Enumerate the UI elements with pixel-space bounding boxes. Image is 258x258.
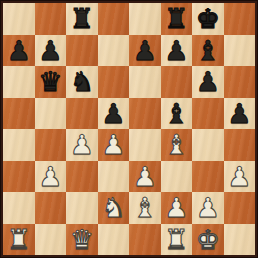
square-g3[interactable] (192, 161, 224, 193)
square-f6[interactable] (161, 66, 193, 98)
square-b6[interactable]: ♛ (35, 66, 67, 98)
square-e5[interactable] (129, 98, 161, 130)
white-bishop-icon: ♝ (133, 192, 157, 223)
square-e3[interactable]: ♟ (129, 161, 161, 193)
square-e8[interactable] (129, 3, 161, 35)
square-e6[interactable] (129, 66, 161, 98)
square-c1[interactable]: ♛ (66, 224, 98, 256)
square-d6[interactable] (98, 66, 130, 98)
square-c2[interactable] (66, 192, 98, 224)
square-d7[interactable] (98, 35, 130, 67)
black-bishop-icon: ♝ (196, 35, 220, 66)
white-pawn-icon: ♟ (227, 161, 251, 192)
square-g4[interactable] (192, 129, 224, 161)
black-queen-icon: ♛ (38, 66, 62, 97)
white-pawn-icon: ♟ (164, 192, 188, 223)
black-pawn-icon: ♟ (38, 35, 62, 66)
black-pawn-icon: ♟ (7, 35, 31, 66)
square-c5[interactable] (66, 98, 98, 130)
square-b3[interactable]: ♟ (35, 161, 67, 193)
square-g8[interactable]: ♚ (192, 3, 224, 35)
square-b5[interactable] (35, 98, 67, 130)
square-d5[interactable]: ♟ (98, 98, 130, 130)
square-d1[interactable] (98, 224, 130, 256)
square-b7[interactable]: ♟ (35, 35, 67, 67)
white-rook-icon: ♜ (164, 224, 188, 255)
white-pawn-icon: ♟ (196, 192, 220, 223)
square-h6[interactable] (224, 66, 256, 98)
square-e1[interactable] (129, 224, 161, 256)
square-a8[interactable] (3, 3, 35, 35)
square-d8[interactable] (98, 3, 130, 35)
square-a1[interactable]: ♜ (3, 224, 35, 256)
white-pawn-icon: ♟ (101, 129, 125, 160)
square-e2[interactable]: ♝ (129, 192, 161, 224)
square-a6[interactable] (3, 66, 35, 98)
square-a3[interactable] (3, 161, 35, 193)
square-d2[interactable]: ♞ (98, 192, 130, 224)
square-a2[interactable] (3, 192, 35, 224)
square-b2[interactable] (35, 192, 67, 224)
square-b4[interactable] (35, 129, 67, 161)
square-d3[interactable] (98, 161, 130, 193)
square-h3[interactable]: ♟ (224, 161, 256, 193)
white-pawn-icon: ♟ (38, 161, 62, 192)
square-b1[interactable] (35, 224, 67, 256)
white-bishop-icon: ♝ (164, 129, 188, 160)
square-b8[interactable] (35, 3, 67, 35)
square-h5[interactable]: ♟ (224, 98, 256, 130)
black-pawn-icon: ♟ (196, 66, 220, 97)
square-f3[interactable] (161, 161, 193, 193)
square-h2[interactable] (224, 192, 256, 224)
black-knight-icon: ♞ (70, 66, 94, 97)
square-a5[interactable] (3, 98, 35, 130)
square-d4[interactable]: ♟ (98, 129, 130, 161)
square-h8[interactable] (224, 3, 256, 35)
square-g1[interactable]: ♚ (192, 224, 224, 256)
square-a4[interactable] (3, 129, 35, 161)
square-f5[interactable]: ♝ (161, 98, 193, 130)
square-g7[interactable]: ♝ (192, 35, 224, 67)
square-g2[interactable]: ♟ (192, 192, 224, 224)
square-f8[interactable]: ♜ (161, 3, 193, 35)
chess-board: ♜♜♚♟♟♟♟♝♛♞♟♟♝♟♟♟♝♟♟♟♞♝♟♟♜♛♜♚ (3, 3, 255, 255)
square-c8[interactable]: ♜ (66, 3, 98, 35)
white-rook-icon: ♜ (7, 224, 31, 255)
black-pawn-icon: ♟ (101, 98, 125, 129)
white-knight-icon: ♞ (101, 192, 125, 223)
black-pawn-icon: ♟ (133, 35, 157, 66)
chess-board-frame: ♜♜♚♟♟♟♟♝♛♞♟♟♝♟♟♟♝♟♟♟♞♝♟♟♜♛♜♚ (0, 0, 258, 258)
square-g5[interactable] (192, 98, 224, 130)
square-e7[interactable]: ♟ (129, 35, 161, 67)
square-h1[interactable] (224, 224, 256, 256)
square-h7[interactable] (224, 35, 256, 67)
square-a7[interactable]: ♟ (3, 35, 35, 67)
square-c7[interactable] (66, 35, 98, 67)
white-king-icon: ♚ (196, 224, 220, 255)
black-pawn-icon: ♟ (164, 35, 188, 66)
square-c3[interactable] (66, 161, 98, 193)
black-pawn-icon: ♟ (227, 98, 251, 129)
black-king-icon: ♚ (196, 3, 220, 34)
square-h4[interactable] (224, 129, 256, 161)
square-c6[interactable]: ♞ (66, 66, 98, 98)
black-rook-icon: ♜ (70, 3, 94, 34)
square-e4[interactable] (129, 129, 161, 161)
black-rook-icon: ♜ (164, 3, 188, 34)
black-bishop-icon: ♝ (164, 98, 188, 129)
square-g6[interactable]: ♟ (192, 66, 224, 98)
square-f4[interactable]: ♝ (161, 129, 193, 161)
white-queen-icon: ♛ (70, 224, 94, 255)
square-c4[interactable]: ♟ (66, 129, 98, 161)
square-f2[interactable]: ♟ (161, 192, 193, 224)
square-f1[interactable]: ♜ (161, 224, 193, 256)
white-pawn-icon: ♟ (70, 129, 94, 160)
square-f7[interactable]: ♟ (161, 35, 193, 67)
white-pawn-icon: ♟ (133, 161, 157, 192)
